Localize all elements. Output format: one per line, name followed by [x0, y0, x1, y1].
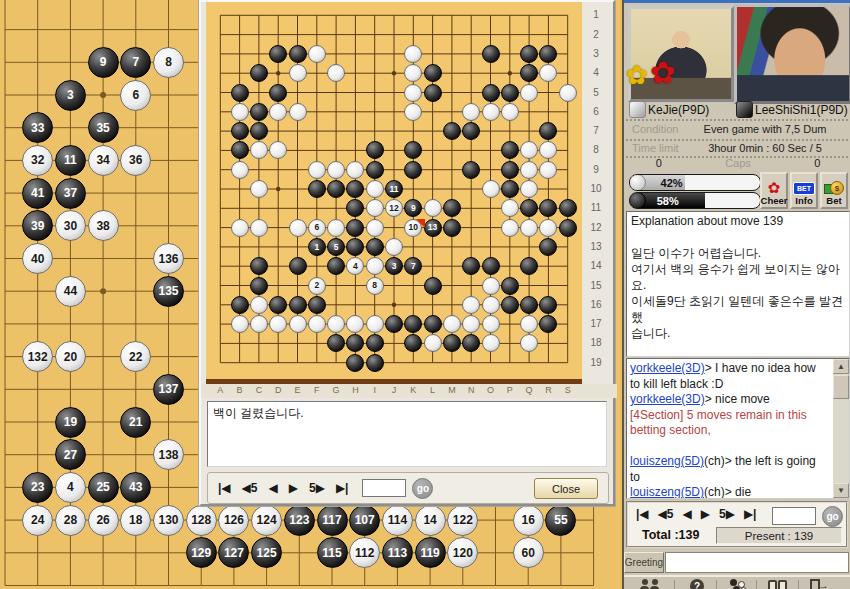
black-stone: [269, 296, 287, 314]
row-label-4: 4: [584, 67, 608, 78]
black-stone-move-9: 9: [88, 47, 119, 78]
black-stone-move-119: 119: [415, 537, 446, 568]
white-stone-move-24: 24: [22, 505, 53, 536]
black-stone: [424, 277, 442, 295]
panel-move-navigation: |◀◀5◀▶5▶▶| go Total :139 Present : 139: [626, 501, 848, 548]
column-label-S: S: [562, 385, 574, 395]
black-stone: [404, 161, 422, 179]
black-stone-move-43: 43: [120, 472, 151, 503]
app-window: 9783633353211343641373930384013644135132…: [0, 0, 850, 589]
captures-row: 0 Caps 0: [624, 157, 850, 169]
column-label-I: I: [369, 385, 381, 395]
nav-back-button[interactable]: ◀: [683, 507, 692, 521]
white-stone: [443, 315, 461, 333]
black-stone-move-123: 123: [284, 505, 315, 536]
black-stone-move-125: 125: [251, 537, 282, 568]
row-label-14: 14: [584, 260, 608, 271]
white-stone-move-112: 112: [349, 537, 380, 568]
nav-back5-button[interactable]: ◀5: [242, 481, 258, 495]
black-stone: [289, 296, 307, 314]
white-stone-move-4: 4: [55, 472, 86, 503]
white-stone-move-124: 124: [251, 505, 282, 536]
white-stone: [327, 219, 345, 237]
white-stone: [231, 315, 249, 333]
black-captures-count: 0: [814, 157, 820, 169]
white-stone: [501, 219, 519, 237]
row-label-6: 6: [584, 106, 608, 117]
white-stone: [308, 161, 326, 179]
black-stone: [289, 45, 307, 63]
white-stone: [539, 161, 557, 179]
nav-forward5-button[interactable]: 5▶: [719, 507, 735, 521]
column-label-N: N: [465, 385, 477, 395]
black-stone: [366, 141, 384, 159]
yellow-rose-icon: ✿: [626, 62, 648, 88]
last-move-marker-icon: [416, 219, 425, 228]
black-stone: [250, 103, 268, 121]
white-stone: [250, 296, 268, 314]
white-stone-move-114: 114: [382, 505, 413, 536]
chat-message: yorkkeele(3D)> I have no idea how to kil…: [630, 361, 829, 392]
white-stone-move-32: 32: [22, 145, 53, 176]
white-stone-move-128: 128: [186, 505, 217, 536]
close-button[interactable]: Close: [534, 478, 598, 499]
white-stone: [269, 103, 287, 121]
present-move-label: Present : 139: [716, 527, 842, 544]
panel-top-strip: [624, 0, 850, 3]
black-stone: [250, 277, 268, 295]
chat-message: louiszeng(5D)(ch)> the left is going to: [630, 454, 829, 485]
white-player-name: KeJie(P9D): [648, 103, 709, 117]
column-label-A: A: [214, 385, 226, 395]
column-label-D: D: [272, 385, 284, 395]
black-stone-move-41: 41: [22, 178, 53, 209]
white-stone: [559, 84, 577, 102]
white-stone: [482, 103, 500, 121]
white-stone: [308, 45, 326, 63]
white-stone-move-132: 132: [22, 341, 53, 372]
white-stone-move-14: 14: [415, 505, 446, 536]
white-stone-move-8: 8: [153, 47, 184, 78]
black-stone: [308, 180, 326, 198]
side-panel: ✿ ✿ KeJie(P9D) LeeShiShi1(P9D) Condition…: [622, 0, 850, 589]
white-stone-move-16: 16: [513, 505, 544, 536]
white-stone: [404, 103, 422, 121]
separator: [626, 139, 848, 141]
greeting-row: Greeting: [624, 551, 850, 574]
row-label-18: 18: [584, 337, 608, 348]
nav-last-button[interactable]: ▶|: [336, 481, 349, 495]
column-label-F: F: [311, 385, 323, 395]
black-stone-move-11: 11: [385, 180, 403, 198]
chat-scrollbar[interactable]: ▲ ▼: [833, 359, 849, 498]
panel-move-number-input[interactable]: [772, 507, 816, 525]
rose-icon: ✿: [768, 180, 781, 195]
column-label-G: G: [330, 385, 342, 395]
black-stone-move-115: 115: [317, 537, 348, 568]
go-button[interactable]: go: [412, 478, 433, 499]
white-stone: [462, 296, 480, 314]
row-label-17: 17: [584, 318, 608, 329]
white-stone-move-138: 138: [153, 439, 184, 470]
column-label-C: C: [253, 385, 265, 395]
black-stone: [424, 64, 442, 82]
exit-icon[interactable]: →: [810, 579, 830, 589]
row-label-12: 12: [584, 222, 608, 233]
white-stone: [289, 64, 307, 82]
time-limit-label: Time limit: [632, 142, 679, 154]
white-stone-move-28: 28: [55, 505, 86, 536]
white-stone: [250, 219, 268, 237]
total-moves-label: Total :139: [642, 528, 699, 542]
black-player-name: LeeShiShi1(P9D): [755, 103, 848, 117]
black-support-percent: 58%: [657, 195, 679, 207]
white-stone: [424, 199, 442, 217]
chat-message: louiszeng(5D)(ch)> die: [630, 485, 829, 499]
black-stone: [231, 141, 249, 159]
black-stone: [308, 296, 326, 314]
black-stone: [462, 161, 480, 179]
row-label-16: 16: [584, 299, 608, 310]
black-stone: [366, 161, 384, 179]
row-label-15: 15: [584, 280, 608, 291]
white-stone: [482, 334, 500, 352]
nav-first-button[interactable]: |◀: [636, 507, 649, 521]
white-stone: [520, 219, 538, 237]
toolbar-separator: [674, 580, 675, 589]
white-stone: [520, 180, 538, 198]
greeting-button[interactable]: Greeting: [624, 552, 664, 573]
column-label-L: L: [427, 385, 439, 395]
column-label-J: J: [388, 385, 400, 395]
black-stone: [482, 45, 500, 63]
chat-box: yorkkeele(3D)> I have no idea how to kil…: [626, 358, 850, 499]
white-stone: [520, 161, 538, 179]
white-stone: [346, 161, 364, 179]
white-stone-move-20: 20: [55, 341, 86, 372]
time-limit-value: 3hour 0min : 60 Sec / 5: [682, 142, 848, 154]
white-stone: [366, 315, 384, 333]
white-stone: [289, 315, 307, 333]
black-stone: [231, 122, 249, 140]
black-stone-move-21: 21: [120, 407, 151, 438]
black-stone: [385, 315, 403, 333]
white-stone: [327, 161, 345, 179]
black-stone: [482, 257, 500, 275]
row-label-11: 11: [584, 202, 608, 213]
nav-first-button[interactable]: |◀: [218, 481, 231, 495]
cheer-button-label: Cheer: [761, 195, 788, 206]
white-stone: [366, 199, 384, 217]
white-stone-move-126: 126: [218, 505, 249, 536]
nav-forward5-button[interactable]: 5▶: [309, 481, 325, 495]
captures-label: Caps: [725, 157, 751, 169]
cheer-button[interactable]: ✿ Cheer: [760, 172, 788, 209]
toolbar-separator: [756, 580, 757, 589]
popup-move-navigation: |◀◀5◀▶5▶▶| go Close: [207, 472, 609, 504]
white-stone: [404, 84, 422, 102]
white-stone: [250, 315, 268, 333]
bet-badge-icon: BET: [793, 182, 815, 195]
black-stone-move-23: 23: [22, 472, 53, 503]
black-stone-move-27: 27: [55, 439, 86, 470]
white-stone-move-38: 38: [88, 210, 119, 241]
black-stone: [327, 180, 345, 198]
row-label-9: 9: [584, 164, 608, 175]
black-stone: [443, 219, 461, 237]
nav-forward-button[interactable]: ▶: [289, 481, 298, 495]
white-stone: [289, 219, 307, 237]
column-label-B: B: [234, 385, 246, 395]
column-label-P: P: [504, 385, 516, 395]
black-stone-move-13: 13: [424, 219, 442, 237]
black-stone-move-137: 137: [153, 374, 184, 405]
black-stone: [424, 315, 442, 333]
separator: [626, 119, 848, 121]
black-stone: [231, 296, 249, 314]
chat-message: [4Section] 5 moves remain in this bettin…: [630, 408, 829, 439]
black-stone: [269, 84, 287, 102]
move-comment-box: 백이 걸렸습니다.: [207, 401, 607, 467]
black-gauge-knob: [629, 192, 646, 209]
black-stone-move-39: 39: [22, 210, 53, 241]
black-stone-move-19: 19: [55, 407, 86, 438]
white-stone-move-120: 120: [447, 537, 478, 568]
nav-back5-button[interactable]: ◀5: [658, 507, 674, 521]
black-stone-move-113: 113: [382, 537, 413, 568]
bet-button-label: Bet: [826, 195, 841, 206]
white-stone: [482, 315, 500, 333]
black-stone-move-127: 127: [218, 537, 249, 568]
toolbar-separator: [798, 580, 799, 589]
black-stone: [482, 84, 500, 102]
black-stone-move-3: 3: [55, 80, 86, 111]
white-support-gauge: 42%: [629, 174, 761, 191]
black-stone: [501, 180, 519, 198]
toolbar-separator: [716, 580, 717, 589]
white-stone: [520, 84, 538, 102]
white-stone: [231, 103, 249, 121]
move-explanation-box: Explanation about move 139 일단 이수가 어렵습니다.…: [626, 211, 850, 357]
black-stone: [269, 45, 287, 63]
column-label-H: H: [349, 385, 361, 395]
help-icon[interactable]: ?: [690, 579, 704, 589]
red-rose-icon: ✿: [650, 58, 675, 88]
condition-value: Even game with 7,5 Dum: [682, 123, 848, 135]
black-stone-icon: [736, 101, 753, 118]
white-stone: [482, 180, 500, 198]
white-stone: [366, 219, 384, 237]
black-stone-move-117: 117: [317, 505, 348, 536]
nav-forward-button[interactable]: ▶: [701, 507, 710, 521]
panel-go-button[interactable]: go: [822, 506, 843, 527]
chat-username-link[interactable]: louiszeng(5D): [630, 485, 704, 499]
chat-message: yorkkeele(3D)> nice move: [630, 392, 829, 408]
black-stone-move-35: 35: [88, 112, 119, 143]
bet-info-button[interactable]: BET Info: [790, 172, 818, 209]
white-stone-move-36: 36: [120, 145, 151, 176]
column-coordinates: ABCDEFGHIJKLMNOPQRS: [201, 384, 617, 398]
scrollbar-thumb[interactable]: [833, 375, 849, 399]
white-captures-count: 0: [656, 157, 662, 169]
white-stone-move-8: 8: [366, 277, 384, 295]
scroll-up-button[interactable]: ▲: [833, 359, 849, 374]
white-stone-move-130: 130: [153, 505, 184, 536]
white-stone: [462, 103, 480, 121]
black-stone-move-25: 25: [88, 472, 119, 503]
column-label-Q: Q: [523, 385, 535, 395]
condition-label: Condition: [632, 123, 678, 135]
black-stone: [289, 257, 307, 275]
row-label-1: 1: [584, 9, 608, 20]
white-stone: [501, 199, 519, 217]
white-stone: [308, 315, 326, 333]
scroll-down-button[interactable]: ▼: [833, 483, 849, 498]
black-stone-move-129: 129: [186, 537, 217, 568]
black-stone: [520, 296, 538, 314]
black-stone: [501, 296, 519, 314]
white-stone: [366, 257, 384, 275]
info-button-label: Info: [795, 195, 812, 206]
white-stone-move-6: 6: [308, 219, 326, 237]
column-label-O: O: [485, 385, 497, 395]
money-icon: $: [824, 181, 844, 195]
player-names-row: KeJie(P9D) LeeShiShi1(P9D): [624, 101, 850, 118]
black-stone: [366, 334, 384, 352]
black-stone-move-55: 55: [545, 505, 576, 536]
white-stone-move-30: 30: [55, 210, 86, 241]
chat-message: [630, 439, 829, 455]
black-stone: [501, 84, 519, 102]
white-stone-move-2: 2: [308, 277, 326, 295]
white-stone-move-6: 6: [120, 80, 151, 111]
white-stone: [366, 180, 384, 198]
white-stone: [250, 180, 268, 198]
black-stone: [250, 122, 268, 140]
white-stone: [385, 238, 403, 256]
greeting-input[interactable]: [665, 552, 849, 573]
row-label-10: 10: [584, 183, 608, 194]
black-stone: [366, 354, 384, 372]
black-stone: [559, 199, 577, 217]
white-stone-icon: [629, 101, 646, 118]
black-player-photo: [734, 4, 850, 104]
black-stone-move-11: 11: [55, 145, 86, 176]
chat-username-link[interactable]: yorkkeele(3D): [630, 361, 705, 375]
white-stone-move-136: 136: [153, 243, 184, 274]
black-stone-move-107: 107: [349, 505, 380, 536]
white-stone: [424, 334, 442, 352]
black-stone: [250, 257, 268, 275]
white-stone: [501, 103, 519, 121]
white-stone: [482, 277, 500, 295]
row-label-19: 19: [584, 357, 608, 368]
white-stone-move-40: 40: [22, 243, 53, 274]
row-label-5: 5: [584, 87, 608, 98]
bet-button[interactable]: $ Bet: [820, 172, 848, 209]
white-stone-move-44: 44: [55, 276, 86, 307]
book-icon[interactable]: [768, 579, 790, 589]
white-stone-move-26: 26: [88, 505, 119, 536]
black-stone: [424, 84, 442, 102]
white-stone: [289, 103, 307, 121]
black-stone: [250, 64, 268, 82]
row-label-2: 2: [584, 29, 608, 40]
black-stone: [520, 45, 538, 63]
black-stone: [231, 84, 249, 102]
row-label-7: 7: [584, 125, 608, 136]
black-support-gauge: 58%: [629, 192, 761, 209]
nav-last-button[interactable]: ▶|: [744, 507, 757, 521]
white-stone-move-122: 122: [447, 505, 478, 536]
row-label-8: 8: [584, 144, 608, 155]
white-stone: [231, 161, 249, 179]
white-gauge-knob: [629, 174, 646, 191]
bottom-toolbar: ?→: [624, 575, 850, 589]
black-stone-move-37: 37: [55, 178, 86, 209]
black-stone: [501, 161, 519, 179]
black-stone: [346, 219, 364, 237]
users-icon[interactable]: [640, 579, 660, 589]
black-stone-move-5: 5: [327, 238, 345, 256]
white-stone-move-22: 22: [120, 341, 151, 372]
nav-back-button[interactable]: ◀: [269, 481, 278, 495]
black-stone: [366, 238, 384, 256]
column-label-E: E: [292, 385, 304, 395]
black-stone-move-7: 7: [120, 47, 151, 78]
move-number-input[interactable]: [362, 479, 406, 497]
variation-popup-window: 12345678910111213141516171819 ABCDEFGHIJ…: [199, 0, 615, 506]
white-support-percent: 42%: [661, 177, 683, 189]
white-stone-move-18: 18: [120, 505, 151, 536]
black-stone-move-33: 33: [22, 112, 53, 143]
stones-icon[interactable]: [730, 579, 748, 589]
white-stone-move-34: 34: [88, 145, 119, 176]
black-stone: [501, 277, 519, 295]
column-label-K: K: [407, 385, 419, 395]
chat-username-link[interactable]: louiszeng(5D): [630, 454, 704, 468]
white-stone: [482, 296, 500, 314]
row-label-3: 3: [584, 48, 608, 59]
popup-nav-buttons: |◀◀5◀▶5▶▶|: [208, 481, 348, 495]
white-stone-move-60: 60: [513, 537, 544, 568]
black-stone: [559, 219, 577, 237]
black-stone: [346, 354, 364, 372]
black-stone-move-135: 135: [153, 276, 184, 307]
black-stone: [443, 122, 461, 140]
white-stone: [539, 219, 557, 237]
white-stone: [231, 219, 249, 237]
column-label-R: R: [542, 385, 554, 395]
chat-username-link[interactable]: yorkkeele(3D): [630, 392, 705, 406]
row-label-13: 13: [584, 241, 608, 252]
chat-messages: yorkkeele(3D)> I have no idea how to kil…: [627, 359, 832, 499]
column-label-M: M: [446, 385, 458, 395]
black-stone-move-1: 1: [308, 238, 326, 256]
